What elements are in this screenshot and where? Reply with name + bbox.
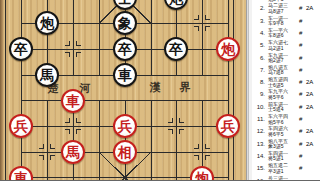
move-text: 炮八进五马7退8 [268, 65, 298, 76]
black-move: 炮2进7 [268, 58, 298, 64]
book-mark: # [299, 104, 302, 111]
book-mark: # [299, 67, 302, 74]
book-mark: # [299, 5, 302, 12]
move-entry-3[interactable]: 3.车一进一车9平8# [252, 16, 320, 28]
move-text: 马二进三马8进7 [268, 3, 298, 14]
point-marker [76, 52, 81, 57]
move-number: 16. [252, 178, 265, 181]
move-entry-14[interactable]: 14.车四进一将5进1# [252, 151, 320, 163]
book-mark: # [299, 116, 302, 123]
point-marker [205, 26, 210, 31]
black-piece-p-file4-rank3[interactable]: 卒 [113, 37, 137, 61]
book-mark: # [299, 79, 302, 86]
move-number: 14. [252, 153, 265, 160]
point-marker [194, 144, 199, 149]
black-piece-p-file0-rank3[interactable]: 卒 [9, 37, 33, 61]
point-marker [65, 52, 70, 57]
move-entry-4[interactable]: 4.车一平六车8进6# [252, 28, 320, 40]
eval-label: 2A [306, 91, 313, 98]
point-marker [205, 155, 210, 160]
book-mark: # [299, 141, 302, 148]
move-number: 4. [252, 30, 265, 37]
move-number: 5. [252, 42, 265, 49]
move-text: 兵三进一卒7进1 [268, 176, 298, 181]
red-piece-r-file2-rank5[interactable]: 車 [61, 89, 85, 113]
point-marker [194, 15, 199, 20]
red-piece-c-file8-rank3[interactable]: 炮 [216, 37, 240, 61]
point-marker [168, 129, 173, 134]
move-text: 车四进一将5进1 [268, 151, 298, 162]
red-piece-p-file4-rank6[interactable]: 兵 [113, 114, 137, 138]
point-marker [76, 41, 81, 46]
red-piece-p-file0-rank6[interactable]: 兵 [9, 114, 33, 138]
move-number: 13. [252, 141, 265, 148]
move-entry-10[interactable]: 10.前车进一士5退4#2A [252, 102, 320, 114]
move-text: 车九平六将5平6 [268, 89, 298, 100]
move-text: 车四进六将6平5 [268, 126, 298, 137]
move-number: 10. [252, 104, 265, 111]
point-marker [179, 129, 184, 134]
point-marker [50, 144, 55, 149]
move-number: 8. [252, 79, 265, 86]
move-text: 前车进一士5退4 [268, 102, 298, 113]
move-text: 车一平六车8进6 [268, 28, 298, 39]
river-char-han: 漢 [150, 82, 161, 93]
point-marker [39, 144, 44, 149]
river-char-jie: 界 [180, 82, 191, 93]
black-move: 卒3进1 [268, 169, 298, 175]
book-mark: # [299, 165, 302, 172]
move-entry-6[interactable]: 6.车九进一炮2进7# [252, 53, 320, 65]
move-entry-5[interactable]: 5.车六进七马2进1# [252, 40, 320, 52]
black-piece-p-file6-rank3[interactable]: 卒 [164, 37, 188, 61]
point-marker [194, 26, 199, 31]
move-text: 车一进一车9平8 [268, 16, 298, 27]
move-entry-2[interactable]: 2.马二进三马8进7#2A [252, 3, 320, 15]
point-marker [65, 129, 70, 134]
move-number: 9. [252, 91, 265, 98]
black-move: 马2进1 [268, 46, 298, 52]
move-entry-7[interactable]: 7.炮八进五马7退8# [252, 65, 320, 77]
xiangqi-app: 楚 河 漢 界 士炮炮象卒卒卒炮馬車車兵兵兵馬相車炮 1.炮二平五炮8平5#2.… [0, 0, 320, 180]
red-piece-b-file4-rank7[interactable]: 相 [113, 140, 137, 164]
book-mark: # [299, 153, 302, 160]
black-move: 马8进7 [268, 9, 298, 15]
book-mark: # [299, 42, 302, 49]
point-marker [39, 155, 44, 160]
book-mark: # [299, 30, 302, 37]
eval-label: 2A [306, 79, 313, 86]
move-number: 3. [252, 18, 265, 25]
move-entry-12[interactable]: 12.车四进六将6平5#2A [252, 126, 320, 138]
move-text: 车六进七马2进1 [268, 40, 298, 51]
black-move: 车9平8 [268, 21, 298, 27]
move-number: 6. [252, 55, 265, 62]
book-mark: # [299, 91, 302, 98]
move-entry-11[interactable]: 11.车六平四炮5平6# [252, 114, 320, 126]
point-marker [194, 155, 199, 160]
red-piece-p-file8-rank6[interactable]: 兵 [216, 114, 240, 138]
move-text: 炮五退二卒3进1 [268, 163, 298, 174]
point-marker [65, 118, 70, 123]
black-move: 将6平5 [268, 132, 298, 138]
point-marker [76, 129, 81, 134]
move-number: 15. [252, 165, 265, 172]
book-mark: # [299, 55, 302, 62]
eval-label: 2A [306, 141, 313, 148]
point-marker [168, 118, 173, 123]
move-list-panel: 1.炮二平五炮8平5#2.马二进三马8进7#2A3.车一进一车9平8#4.车一平… [252, 0, 320, 180]
move-number: 2. [252, 5, 265, 12]
eval-label: 2A [306, 128, 313, 135]
move-text: 车六平四炮5平6 [268, 114, 298, 125]
move-entry-8[interactable]: 8.炮五进四士6进5#2A [252, 77, 320, 89]
book-mark: # [299, 18, 302, 25]
move-entry-13[interactable]: 13.炮八平五象3进5#2A [252, 139, 320, 151]
black-move: 将5平6 [268, 95, 298, 101]
eval-label: 2A [306, 104, 313, 111]
move-number: 12. [252, 128, 265, 135]
book-mark: # [299, 128, 302, 135]
move-text: 炮五进四士6进5 [268, 77, 298, 88]
move-entry-16[interactable]: 16.兵三进一卒7进1 [252, 176, 320, 181]
eval-label: 2A [306, 5, 313, 12]
move-entry-15[interactable]: 15.炮五退二卒3进1# [252, 163, 320, 175]
point-marker [76, 118, 81, 123]
point-marker [205, 15, 210, 20]
move-number: 7. [252, 67, 265, 74]
black-piece-r-file4-rank4[interactable]: 車 [113, 63, 137, 87]
black-move: 象3进5 [268, 144, 298, 150]
point-marker [65, 41, 70, 46]
move-number: 11. [252, 116, 265, 123]
move-text: 车九进一炮2进7 [268, 53, 298, 64]
point-marker [50, 155, 55, 160]
point-marker [179, 118, 184, 123]
move-entry-9[interactable]: 9.车九平六将5平6#2A [252, 89, 320, 101]
red-piece-n-file2-rank7[interactable]: 馬 [61, 140, 85, 164]
point-marker [205, 144, 210, 149]
black-piece-n-file1-rank4[interactable]: 馬 [35, 63, 59, 87]
move-text: 炮八平五象3进5 [268, 139, 298, 150]
